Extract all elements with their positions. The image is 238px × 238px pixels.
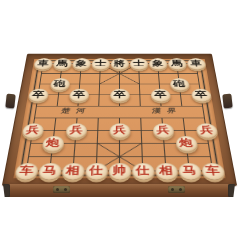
hinge-icon (53, 186, 70, 193)
piece-black-士[interactable]: 士 (90, 58, 109, 70)
board-front-edge (3, 184, 235, 197)
board-wood-frame: 楚河 漢界 車馬象士將士象馬車砲砲卒卒卒卒卒兵兵兵兵兵炮炮车马相仕帅仕相马车 (1, 54, 236, 187)
piece-black-砲[interactable]: 砲 (49, 78, 69, 90)
piece-red-马[interactable]: 马 (177, 163, 201, 180)
piece-glyph: 相 (65, 165, 80, 176)
piece-red-炮[interactable]: 炮 (41, 136, 64, 152)
xiangqi-board: 楚河 漢界 車馬象士將士象馬車砲砲卒卒卒卒卒兵兵兵兵兵炮炮车马相仕帅仕相马车 (1, 54, 236, 187)
piece-glyph: 士 (94, 60, 106, 67)
piece-glyph: 兵 (199, 125, 213, 134)
piece-glyph: 卒 (194, 90, 207, 98)
piece-red-仕[interactable]: 仕 (131, 163, 154, 180)
piece-black-象[interactable]: 象 (71, 58, 90, 70)
piece-red-兵[interactable]: 兵 (65, 123, 87, 138)
piece-black-將[interactable]: 將 (110, 58, 128, 70)
piece-glyph: 炮 (45, 138, 59, 148)
piece-black-卒[interactable]: 卒 (190, 88, 211, 101)
piece-black-車[interactable]: 車 (186, 58, 206, 70)
piece-black-象[interactable]: 象 (148, 58, 167, 70)
piece-glyph: 砲 (53, 80, 66, 88)
piece-red-相[interactable]: 相 (60, 163, 84, 180)
piece-black-馬[interactable]: 馬 (167, 58, 187, 70)
hinge-icon (168, 186, 185, 193)
piece-glyph: 马 (181, 165, 196, 176)
piece-glyph: 兵 (69, 125, 83, 134)
piece-glyph: 馬 (170, 60, 182, 67)
piece-glyph: 砲 (172, 80, 185, 88)
piece-glyph: 仕 (135, 165, 149, 176)
piece-glyph: 炮 (178, 138, 192, 148)
board-surface: 楚河 漢界 車馬象士將士象馬車砲砲卒卒卒卒卒兵兵兵兵兵炮炮车马相仕帅仕相马车 (13, 59, 225, 179)
piece-glyph: 卒 (72, 90, 85, 98)
piece-glyph: 將 (113, 60, 124, 67)
piece-glyph: 象 (75, 60, 87, 67)
piece-glyph: 馬 (56, 60, 68, 67)
piece-black-車[interactable]: 車 (32, 58, 52, 70)
piece-red-马[interactable]: 马 (37, 163, 61, 180)
piece-red-炮[interactable]: 炮 (174, 136, 197, 152)
piece-glyph: 卒 (153, 90, 166, 98)
piece-glyph: 相 (158, 165, 173, 176)
piece-glyph: 兵 (112, 125, 125, 134)
piece-glyph: 車 (189, 60, 201, 67)
piece-red-兵[interactable]: 兵 (21, 123, 44, 138)
pieces-grid: 車馬象士將士象馬車砲砲卒卒卒卒卒兵兵兵兵兵炮炮车马相仕帅仕相马车 (13, 59, 225, 179)
piece-glyph: 車 (36, 60, 48, 67)
product-photo-scene: 楚河 漢界 車馬象士將士象馬車砲砲卒卒卒卒卒兵兵兵兵兵炮炮车马相仕帅仕相马车 (0, 0, 238, 238)
piece-glyph: 车 (18, 165, 34, 176)
piece-glyph: 士 (132, 60, 144, 67)
piece-red-车[interactable]: 车 (13, 163, 38, 180)
piece-black-卒[interactable]: 卒 (27, 88, 48, 101)
piece-red-兵[interactable]: 兵 (109, 123, 130, 138)
piece-glyph: 车 (204, 165, 220, 176)
piece-glyph: 仕 (89, 165, 103, 176)
fold-clasp-icon (5, 94, 15, 109)
piece-red-兵[interactable]: 兵 (195, 123, 218, 138)
piece-black-馬[interactable]: 馬 (52, 58, 72, 70)
piece-glyph: 卒 (113, 90, 125, 98)
piece-red-兵[interactable]: 兵 (152, 123, 174, 138)
piece-red-帅[interactable]: 帅 (108, 163, 131, 180)
piece-black-卒[interactable]: 卒 (109, 88, 129, 101)
piece-glyph: 马 (42, 165, 57, 176)
piece-black-卒[interactable]: 卒 (68, 88, 88, 101)
piece-glyph: 帅 (112, 165, 126, 176)
piece-glyph: 兵 (156, 125, 170, 134)
piece-red-车[interactable]: 车 (200, 163, 225, 180)
piece-glyph: 象 (151, 60, 163, 67)
piece-red-相[interactable]: 相 (154, 163, 178, 180)
piece-black-卒[interactable]: 卒 (150, 88, 170, 101)
piece-black-士[interactable]: 士 (129, 58, 148, 70)
piece-black-砲[interactable]: 砲 (169, 78, 189, 90)
piece-glyph: 卒 (31, 90, 44, 98)
piece-red-仕[interactable]: 仕 (84, 163, 107, 180)
fold-clasp-icon (222, 94, 232, 109)
piece-glyph: 兵 (25, 125, 39, 134)
